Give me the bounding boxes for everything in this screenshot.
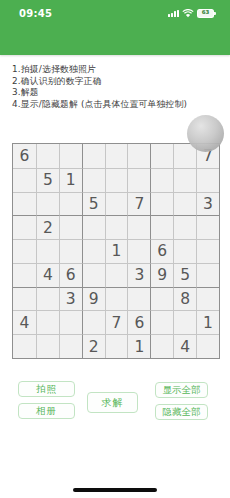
sudoku-cell-r9c5[interactable]: [105, 334, 128, 358]
sudoku-cell-r6c1[interactable]: [13, 263, 36, 287]
battery-icon: 63: [197, 9, 214, 18]
sudoku-cell-r1c7[interactable]: [150, 144, 173, 168]
sudoku-cell-r3c9[interactable]: 3: [196, 192, 219, 216]
sudoku-cell-r8c3[interactable]: [59, 310, 82, 334]
sudoku-cell-r9c4[interactable]: 2: [82, 334, 105, 358]
sudoku-cell-r4c7[interactable]: [150, 215, 173, 239]
sudoku-cell-r5c5[interactable]: 1: [105, 239, 128, 263]
sudoku-cell-r7c1[interactable]: [13, 287, 36, 311]
sudoku-cell-r2c1[interactable]: [13, 168, 36, 192]
assistive-touch-ball[interactable]: [187, 115, 224, 152]
sudoku-cell-r7c8[interactable]: 8: [173, 287, 196, 311]
sudoku-grid: 6751573216463953984761214: [12, 143, 220, 359]
sudoku-cell-r2c4[interactable]: [82, 168, 105, 192]
sudoku-cell-r7c9[interactable]: [196, 287, 219, 311]
sudoku-cell-r1c5[interactable]: [105, 144, 128, 168]
sudoku-cell-r5c6[interactable]: [127, 239, 150, 263]
sudoku-cell-r6c2[interactable]: 4: [36, 263, 59, 287]
sudoku-cell-r3c4[interactable]: 5: [82, 192, 105, 216]
sudoku-cell-r6c9[interactable]: [196, 263, 219, 287]
sudoku-cell-r8c1[interactable]: 4: [13, 310, 36, 334]
sudoku-cell-r9c6[interactable]: 1: [127, 334, 150, 358]
sudoku-cell-r8c6[interactable]: 6: [127, 310, 150, 334]
sudoku-cell-r2c7[interactable]: [150, 168, 173, 192]
instructions-list: 1.拍摄/选择数独照片 2.确认识别的数字正确 3.解题 4.显示/隐藏题解 (…: [12, 64, 222, 110]
sudoku-cell-r4c9[interactable]: [196, 215, 219, 239]
status-icons: 63: [168, 9, 214, 18]
sudoku-cell-r6c5[interactable]: [105, 263, 128, 287]
sudoku-cell-r1c6[interactable]: [127, 144, 150, 168]
instruction-step-1: 1.拍摄/选择数独照片: [12, 64, 222, 76]
sudoku-cell-r7c3[interactable]: 3: [59, 287, 82, 311]
clock-time: 09:45: [19, 8, 52, 19]
album-button[interactable]: 相册: [18, 403, 75, 419]
sudoku-cell-r6c6[interactable]: 3: [127, 263, 150, 287]
sudoku-cell-r4c6[interactable]: [127, 215, 150, 239]
sudoku-cell-r2c6[interactable]: [127, 168, 150, 192]
sudoku-cell-r2c2[interactable]: 5: [36, 168, 59, 192]
instruction-step-3: 3.解题: [12, 87, 222, 99]
sudoku-cell-r8c7[interactable]: [150, 310, 173, 334]
sudoku-cell-r2c3[interactable]: 1: [59, 168, 82, 192]
sudoku-cell-r1c3[interactable]: [59, 144, 82, 168]
sudoku-cell-r9c7[interactable]: [150, 334, 173, 358]
battery-nub: [214, 12, 216, 15]
header-bar: 09:45 63: [0, 0, 230, 55]
solve-button[interactable]: 求解: [87, 392, 138, 413]
sudoku-cell-r7c2[interactable]: [36, 287, 59, 311]
sudoku-cell-r6c7[interactable]: 9: [150, 263, 173, 287]
show-all-button[interactable]: 显示全部: [155, 382, 208, 398]
sudoku-cell-r2c5[interactable]: [105, 168, 128, 192]
sudoku-cell-r4c3[interactable]: [59, 215, 82, 239]
sudoku-cell-r8c8[interactable]: [173, 310, 196, 334]
sudoku-cell-r2c8[interactable]: [173, 168, 196, 192]
sudoku-cell-r9c1[interactable]: [13, 334, 36, 358]
sudoku-cell-r8c5[interactable]: 7: [105, 310, 128, 334]
battery-percent: 63: [202, 10, 210, 16]
sudoku-cell-r7c6[interactable]: [127, 287, 150, 311]
sudoku-cell-r3c1[interactable]: [13, 192, 36, 216]
sudoku-cell-r3c7[interactable]: [150, 192, 173, 216]
sudoku-cell-r4c5[interactable]: [105, 215, 128, 239]
instruction-step-2: 2.确认识别的数字正确: [12, 76, 222, 88]
sudoku-cell-r8c4[interactable]: [82, 310, 105, 334]
sudoku-cell-r8c9[interactable]: 1: [196, 310, 219, 334]
sudoku-cell-r5c8[interactable]: [173, 239, 196, 263]
sudoku-cell-r8c2[interactable]: [36, 310, 59, 334]
take-photo-button[interactable]: 拍照: [18, 381, 75, 397]
status-bar: 09:45 63: [0, 4, 230, 22]
sudoku-cell-r6c3[interactable]: 6: [59, 263, 82, 287]
sudoku-cell-r7c7[interactable]: [150, 287, 173, 311]
sudoku-cell-r3c3[interactable]: [59, 192, 82, 216]
home-indicator[interactable]: [73, 488, 157, 492]
sudoku-cell-r3c5[interactable]: [105, 192, 128, 216]
sudoku-cell-r3c8[interactable]: [173, 192, 196, 216]
sudoku-cell-r1c2[interactable]: [36, 144, 59, 168]
sudoku-cell-r4c8[interactable]: [173, 215, 196, 239]
sudoku-cell-r5c7[interactable]: 6: [150, 239, 173, 263]
sudoku-cell-r9c2[interactable]: [36, 334, 59, 358]
sudoku-cell-r4c4[interactable]: [82, 215, 105, 239]
sudoku-cell-r1c4[interactable]: [82, 144, 105, 168]
sudoku-cell-r1c1[interactable]: 6: [13, 144, 36, 168]
instruction-step-4: 4.显示/隐藏题解 (点击具体位置可单独控制): [12, 99, 222, 111]
wifi-icon: [182, 9, 194, 18]
sudoku-cell-r4c2[interactable]: 2: [36, 215, 59, 239]
sudoku-cell-r5c1[interactable]: [13, 239, 36, 263]
sudoku-cell-r7c5[interactable]: [105, 287, 128, 311]
sudoku-cell-r9c3[interactable]: [59, 334, 82, 358]
app-screen: 09:45 63 1.拍摄/选择数独照片 2.确认识别的数字正确 3.解题 4.…: [0, 0, 230, 498]
sudoku-cell-r9c8[interactable]: 4: [173, 334, 196, 358]
sudoku-cell-r6c8[interactable]: 5: [173, 263, 196, 287]
sudoku-cell-r6c4[interactable]: [82, 263, 105, 287]
sudoku-cell-r7c4[interactable]: 9: [82, 287, 105, 311]
sudoku-cell-r3c2[interactable]: [36, 192, 59, 216]
sudoku-cell-r5c9[interactable]: [196, 239, 219, 263]
sudoku-cell-r2c9[interactable]: [196, 168, 219, 192]
sudoku-cell-r3c6[interactable]: 7: [127, 192, 150, 216]
sudoku-cell-r5c2[interactable]: [36, 239, 59, 263]
sudoku-cell-r4c1[interactable]: [13, 215, 36, 239]
hide-all-button[interactable]: 隐藏全部: [155, 404, 208, 420]
sudoku-cell-r5c4[interactable]: [82, 239, 105, 263]
sudoku-cell-r5c3[interactable]: [59, 239, 82, 263]
cellular-signal-icon: [168, 9, 179, 17]
sudoku-cell-r9c9[interactable]: [196, 334, 219, 358]
